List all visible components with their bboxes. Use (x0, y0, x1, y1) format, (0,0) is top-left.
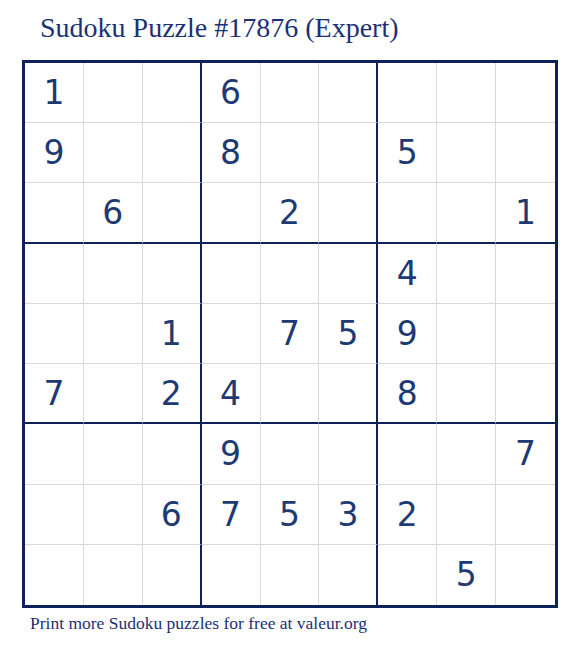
sudoku-cell-r7c9: 7 (496, 424, 555, 484)
sudoku-cell-r2c1: 9 (25, 123, 84, 183)
sudoku-cell-r9c2 (84, 545, 143, 605)
sudoku-cell-r5c7: 9 (378, 304, 437, 364)
sudoku-cell-r5c6: 5 (319, 304, 378, 364)
sudoku-cell-r4c9 (496, 244, 555, 304)
sudoku-cell-r6c3: 2 (143, 364, 202, 424)
sudoku-cell-r2c8 (437, 123, 496, 183)
sudoku-cell-r5c2 (84, 304, 143, 364)
sudoku-cell-r7c4: 9 (202, 424, 261, 484)
sudoku-cell-r3c8 (437, 183, 496, 243)
sudoku-page: Sudoku Puzzle #17876 (Expert) 1698562141… (0, 0, 580, 651)
sudoku-cell-r2c3 (143, 123, 202, 183)
sudoku-cell-r1c5 (261, 63, 320, 123)
sudoku-cell-r7c8 (437, 424, 496, 484)
sudoku-cell-r9c1 (25, 545, 84, 605)
sudoku-cell-r6c8 (437, 364, 496, 424)
sudoku-cell-r5c1 (25, 304, 84, 364)
sudoku-cell-r1c8 (437, 63, 496, 123)
sudoku-cell-r8c3: 6 (143, 485, 202, 545)
sudoku-cell-r9c8: 5 (437, 545, 496, 605)
sudoku-cell-r9c7 (378, 545, 437, 605)
sudoku-cell-r2c9 (496, 123, 555, 183)
sudoku-cell-r5c4 (202, 304, 261, 364)
sudoku-cell-r3c6 (319, 183, 378, 243)
sudoku-cell-r1c7 (378, 63, 437, 123)
sudoku-cell-r4c2 (84, 244, 143, 304)
sudoku-cell-r8c1 (25, 485, 84, 545)
sudoku-cell-r3c3 (143, 183, 202, 243)
sudoku-cell-r8c6: 3 (319, 485, 378, 545)
sudoku-cell-r5c9 (496, 304, 555, 364)
sudoku-cell-r1c2 (84, 63, 143, 123)
footer-text: Print more Sudoku puzzles for free at va… (30, 613, 367, 634)
sudoku-cell-r9c6 (319, 545, 378, 605)
sudoku-cell-r6c7: 8 (378, 364, 437, 424)
sudoku-cell-r1c4: 6 (202, 63, 261, 123)
sudoku-cell-r3c4 (202, 183, 261, 243)
sudoku-cell-r2c6 (319, 123, 378, 183)
sudoku-cell-r4c1 (25, 244, 84, 304)
sudoku-cell-r6c2 (84, 364, 143, 424)
sudoku-cell-r3c1 (25, 183, 84, 243)
sudoku-cell-r8c7: 2 (378, 485, 437, 545)
sudoku-cell-r3c2: 6 (84, 183, 143, 243)
sudoku-cell-r2c7: 5 (378, 123, 437, 183)
sudoku-cell-r6c5 (261, 364, 320, 424)
sudoku-cell-r4c5 (261, 244, 320, 304)
sudoku-cell-r7c5 (261, 424, 320, 484)
sudoku-cell-r6c1: 7 (25, 364, 84, 424)
sudoku-cell-r7c2 (84, 424, 143, 484)
sudoku-cell-r1c9 (496, 63, 555, 123)
sudoku-cell-r9c5 (261, 545, 320, 605)
sudoku-cell-r4c3 (143, 244, 202, 304)
sudoku-cell-r5c8 (437, 304, 496, 364)
sudoku-cell-r8c8 (437, 485, 496, 545)
sudoku-cell-r4c6 (319, 244, 378, 304)
sudoku-cell-r6c4: 4 (202, 364, 261, 424)
sudoku-cell-r9c9 (496, 545, 555, 605)
sudoku-board: 1698562141759724897675325 (22, 60, 558, 608)
sudoku-cell-r2c5 (261, 123, 320, 183)
sudoku-cell-r6c6 (319, 364, 378, 424)
puzzle-title: Sudoku Puzzle #17876 (Expert) (40, 12, 399, 44)
sudoku-cell-r2c4: 8 (202, 123, 261, 183)
sudoku-cell-r8c2 (84, 485, 143, 545)
sudoku-cell-r9c3 (143, 545, 202, 605)
sudoku-cell-r1c3 (143, 63, 202, 123)
sudoku-cell-r5c5: 7 (261, 304, 320, 364)
sudoku-cell-r3c9: 1 (496, 183, 555, 243)
sudoku-cell-r4c4 (202, 244, 261, 304)
sudoku-cell-r7c1 (25, 424, 84, 484)
sudoku-cell-r7c7 (378, 424, 437, 484)
sudoku-cell-r5c3: 1 (143, 304, 202, 364)
sudoku-cell-r7c3 (143, 424, 202, 484)
sudoku-cell-r9c4 (202, 545, 261, 605)
sudoku-cell-r3c5: 2 (261, 183, 320, 243)
sudoku-cell-r7c6 (319, 424, 378, 484)
sudoku-cell-r3c7 (378, 183, 437, 243)
sudoku-cell-r2c2 (84, 123, 143, 183)
sudoku-cell-r8c4: 7 (202, 485, 261, 545)
sudoku-cell-r1c6 (319, 63, 378, 123)
sudoku-cell-r6c9 (496, 364, 555, 424)
sudoku-cell-r4c7: 4 (378, 244, 437, 304)
sudoku-cell-r8c9 (496, 485, 555, 545)
sudoku-cell-r1c1: 1 (25, 63, 84, 123)
sudoku-cell-r4c8 (437, 244, 496, 304)
sudoku-cell-r8c5: 5 (261, 485, 320, 545)
